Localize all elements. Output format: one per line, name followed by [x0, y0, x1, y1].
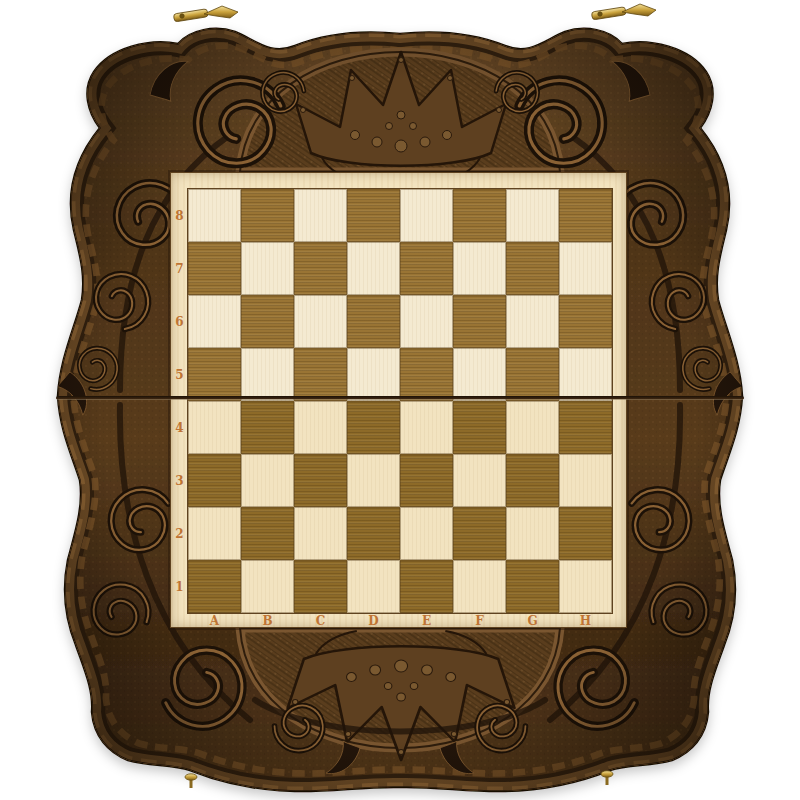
- square-f2: [453, 507, 506, 560]
- square-h2: [559, 507, 612, 560]
- right-brass-pin: [601, 771, 613, 785]
- product-photo-carved-chess-board: 87654321 ABCDEFGH: [0, 0, 800, 800]
- square-d6: [347, 295, 400, 348]
- file-label-a: A: [188, 613, 241, 629]
- rank-label-2: 2: [171, 507, 188, 560]
- square-h1: [559, 560, 612, 613]
- square-g3: [506, 454, 559, 507]
- square-e1: [400, 560, 453, 613]
- square-g5: [506, 348, 559, 401]
- square-g2: [506, 507, 559, 560]
- left-brass-clasp: [173, 6, 238, 22]
- file-label-h: H: [559, 613, 612, 629]
- square-a7: [188, 242, 241, 295]
- square-b1: [241, 560, 294, 613]
- rank-label-8: 8: [171, 189, 188, 242]
- square-b5: [241, 348, 294, 401]
- chess-board: 87654321 ABCDEFGH: [170, 172, 627, 628]
- square-b7: [241, 242, 294, 295]
- file-label-g: G: [506, 613, 559, 629]
- square-g7: [506, 242, 559, 295]
- left-brass-pin: [185, 774, 197, 788]
- square-d1: [347, 560, 400, 613]
- rank-label-5: 5: [171, 348, 188, 401]
- square-h4: [559, 401, 612, 454]
- square-c3: [294, 454, 347, 507]
- square-a8: [188, 189, 241, 242]
- square-a4: [188, 401, 241, 454]
- file-label-e: E: [400, 613, 453, 629]
- file-label-c: C: [294, 613, 347, 629]
- board-grid: [188, 189, 612, 613]
- square-f5: [453, 348, 506, 401]
- square-e5: [400, 348, 453, 401]
- rank-labels: 87654321: [171, 189, 188, 613]
- square-c7: [294, 242, 347, 295]
- square-b2: [241, 507, 294, 560]
- rank-label-4: 4: [171, 401, 188, 454]
- square-d4: [347, 401, 400, 454]
- square-f8: [453, 189, 506, 242]
- square-f4: [453, 401, 506, 454]
- right-brass-clasp: [591, 4, 656, 20]
- rank-label-7: 7: [171, 242, 188, 295]
- square-a3: [188, 454, 241, 507]
- square-b6: [241, 295, 294, 348]
- rank-label-6: 6: [171, 295, 188, 348]
- fold-seam: [56, 396, 744, 400]
- square-a1: [188, 560, 241, 613]
- square-h8: [559, 189, 612, 242]
- square-c4: [294, 401, 347, 454]
- square-d2: [347, 507, 400, 560]
- square-h3: [559, 454, 612, 507]
- square-c5: [294, 348, 347, 401]
- square-b3: [241, 454, 294, 507]
- square-e4: [400, 401, 453, 454]
- square-e6: [400, 295, 453, 348]
- square-h6: [559, 295, 612, 348]
- square-g8: [506, 189, 559, 242]
- file-label-d: D: [347, 613, 400, 629]
- square-a5: [188, 348, 241, 401]
- square-c1: [294, 560, 347, 613]
- file-label-f: F: [453, 613, 506, 629]
- square-e7: [400, 242, 453, 295]
- square-f1: [453, 560, 506, 613]
- square-b4: [241, 401, 294, 454]
- square-f6: [453, 295, 506, 348]
- square-h5: [559, 348, 612, 401]
- square-e8: [400, 189, 453, 242]
- square-a2: [188, 507, 241, 560]
- square-f3: [453, 454, 506, 507]
- file-label-b: B: [241, 613, 294, 629]
- square-c2: [294, 507, 347, 560]
- rank-label-3: 3: [171, 454, 188, 507]
- file-labels: ABCDEFGH: [188, 613, 612, 629]
- square-f7: [453, 242, 506, 295]
- square-e3: [400, 454, 453, 507]
- square-d8: [347, 189, 400, 242]
- square-g4: [506, 401, 559, 454]
- square-g1: [506, 560, 559, 613]
- square-d3: [347, 454, 400, 507]
- rank-label-1: 1: [171, 560, 188, 613]
- square-b8: [241, 189, 294, 242]
- square-d7: [347, 242, 400, 295]
- square-a6: [188, 295, 241, 348]
- square-d5: [347, 348, 400, 401]
- square-e2: [400, 507, 453, 560]
- square-c8: [294, 189, 347, 242]
- square-g6: [506, 295, 559, 348]
- square-h7: [559, 242, 612, 295]
- square-c6: [294, 295, 347, 348]
